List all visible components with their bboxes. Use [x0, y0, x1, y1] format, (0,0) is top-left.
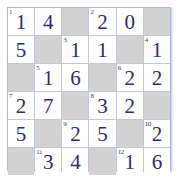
- clue-number: 12: [118, 148, 124, 156]
- cell-value: 4: [70, 148, 81, 175]
- cell-value: 1: [152, 36, 163, 63]
- grid-cell-r5c4[interactable]: 121: [117, 148, 143, 175]
- clue-number: 7: [9, 92, 12, 100]
- clue-number: 6: [118, 64, 121, 72]
- grid-cell-r3c1[interactable]: 7: [35, 92, 61, 119]
- cell-value: 2: [152, 120, 163, 147]
- blocked-cell-r1c4: [117, 36, 143, 63]
- clue-number: 1: [9, 8, 12, 16]
- cell-value: 7: [43, 92, 54, 119]
- blocked-cell-r1c1: [35, 36, 61, 63]
- cell-value: 6: [70, 64, 81, 91]
- grid-cell-r1c3[interactable]: 1: [89, 36, 115, 63]
- blocked-cell-r2c3: [89, 64, 115, 91]
- grid-cell-r3c0[interactable]: 72: [8, 92, 34, 119]
- blocked-cell-r4c1: [35, 120, 61, 147]
- cell-value: 1: [16, 8, 27, 35]
- cell-value: 1: [70, 36, 81, 63]
- clue-number: 3: [63, 36, 66, 44]
- blocked-cell-r4c4: [117, 120, 143, 147]
- clue-number: 11: [36, 148, 42, 156]
- blocked-cell-r5c0: [8, 148, 34, 175]
- grid-cell-r4c2[interactable]: 92: [62, 120, 88, 147]
- blocked-cell-r0c2: [62, 8, 88, 35]
- cell-value: 3: [43, 148, 54, 175]
- clue-number: 9: [63, 120, 66, 128]
- blocked-cell-r5c3: [89, 148, 115, 175]
- clue-number: 5: [36, 64, 39, 72]
- cell-value: 5: [16, 120, 27, 147]
- clue-number: 8: [90, 92, 93, 100]
- cell-value: 2: [97, 8, 108, 35]
- grid-cell-r1c0[interactable]: 5: [8, 36, 34, 63]
- cell-value: 1: [43, 64, 54, 91]
- grid-cell-r3c4[interactable]: 2: [117, 92, 143, 119]
- grid-cell-r2c1[interactable]: 51: [35, 64, 61, 91]
- grid-cell-r4c3[interactable]: 5: [89, 120, 115, 147]
- clue-number: 10: [145, 120, 151, 128]
- grid-cell-r2c5[interactable]: 2: [144, 64, 170, 91]
- clue-number: 4: [145, 36, 148, 44]
- clue-number: 2: [90, 8, 93, 16]
- grid-cell-r2c4[interactable]: 62: [117, 64, 143, 91]
- grid-cell-r0c1[interactable]: 4: [35, 8, 61, 35]
- blocked-cell-r3c2: [62, 92, 88, 119]
- grid-cell-r1c5[interactable]: 41: [144, 36, 170, 63]
- cell-value: 0: [124, 8, 135, 35]
- grid-cell-r0c4[interactable]: 0: [117, 8, 143, 35]
- grid-cell-r4c5[interactable]: 102: [144, 120, 170, 147]
- cell-value: 5: [16, 36, 27, 63]
- grid-cell-r4c0[interactable]: 5: [8, 120, 34, 147]
- blocked-cell-r0c5: [144, 8, 170, 35]
- cell-value: 1: [97, 36, 108, 63]
- blocked-cell-r2c0: [8, 64, 34, 91]
- cell-value: 1: [124, 148, 135, 175]
- cell-value: 2: [16, 92, 27, 119]
- cell-value: 2: [152, 64, 163, 91]
- grid-cell-r5c5[interactable]: 6: [144, 148, 170, 175]
- blocked-cell-r3c5: [144, 92, 170, 119]
- cell-value: 2: [70, 120, 81, 147]
- grid-cell-r3c3[interactable]: 83: [89, 92, 115, 119]
- puzzle-board: 114220531141516622727832592510211341216: [7, 7, 171, 171]
- cell-value: 2: [124, 64, 135, 91]
- cell-value: 4: [43, 8, 54, 35]
- cell-value: 6: [152, 148, 163, 175]
- grid-cell-r2c2[interactable]: 6: [62, 64, 88, 91]
- grid-cell-r5c2[interactable]: 4: [62, 148, 88, 175]
- grid-cell-r5c1[interactable]: 113: [35, 148, 61, 175]
- grid-cell-r1c2[interactable]: 31: [62, 36, 88, 63]
- cell-value: 5: [97, 120, 108, 147]
- grid-cell-r0c3[interactable]: 22: [89, 8, 115, 35]
- cell-value: 2: [124, 92, 135, 119]
- cell-value: 3: [97, 92, 108, 119]
- grid-cell-r0c0[interactable]: 11: [8, 8, 34, 35]
